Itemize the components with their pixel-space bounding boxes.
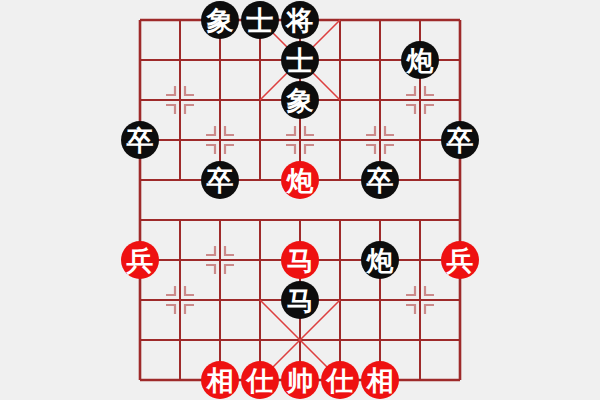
piece-black-soldier[interactable]: 卒 [201, 161, 239, 199]
xiangqi-screenshot: 象士将士炮象卒卒卒炮卒兵马炮兵马相仕帅仕相 [0, 0, 600, 400]
piece-black-soldier[interactable]: 卒 [441, 121, 479, 159]
piece-red-cannon[interactable]: 炮 [281, 161, 319, 199]
piece-red-horse[interactable]: 马 [281, 241, 319, 279]
piece-red-advisor[interactable]: 仕 [241, 361, 279, 399]
piece-black-cannon[interactable]: 炮 [361, 241, 399, 279]
piece-red-elephant[interactable]: 相 [201, 361, 239, 399]
piece-black-advisor[interactable]: 士 [281, 41, 319, 79]
piece-black-general[interactable]: 将 [281, 1, 319, 39]
piece-red-advisor[interactable]: 仕 [321, 361, 359, 399]
piece-black-soldier[interactable]: 卒 [361, 161, 399, 199]
piece-black-soldier[interactable]: 卒 [121, 121, 159, 159]
piece-black-horse[interactable]: 马 [281, 281, 319, 319]
piece-red-soldier[interactable]: 兵 [121, 241, 159, 279]
piece-black-elephant[interactable]: 象 [201, 1, 239, 39]
piece-red-general[interactable]: 帅 [281, 361, 319, 399]
piece-black-advisor[interactable]: 士 [241, 1, 279, 39]
piece-black-elephant[interactable]: 象 [281, 81, 319, 119]
piece-red-elephant[interactable]: 相 [361, 361, 399, 399]
piece-red-soldier[interactable]: 兵 [441, 241, 479, 279]
piece-black-cannon[interactable]: 炮 [401, 41, 439, 79]
